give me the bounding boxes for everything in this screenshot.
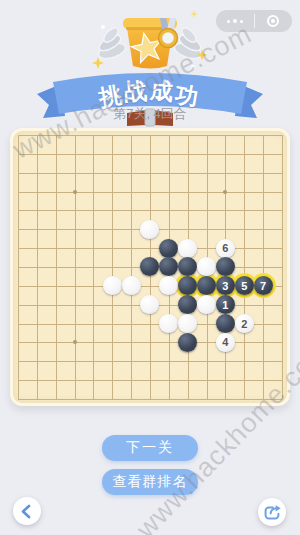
stone-black	[159, 257, 178, 276]
gomoku-board[interactable]: 6357124	[10, 128, 290, 406]
stone-white: 2	[235, 314, 254, 333]
grid-line	[244, 135, 245, 399]
view-group-ranking-button[interactable]: 查看群排名	[102, 469, 198, 495]
grid-line	[18, 361, 282, 362]
stone-black: 5	[235, 276, 254, 295]
sparkle-icon	[190, 10, 198, 18]
chevron-left-icon	[15, 499, 39, 523]
stone-black	[216, 314, 235, 333]
stone-black: 1	[216, 295, 235, 314]
stone-white	[159, 314, 178, 333]
grid-line	[18, 342, 282, 343]
stone-black	[178, 333, 197, 352]
stone-black	[178, 257, 197, 276]
stone-white	[178, 239, 197, 258]
minimize-icon[interactable]	[255, 15, 293, 27]
share-button[interactable]	[258, 498, 286, 526]
mini-program-screen: www.hackhome.com www.hackhome.com	[0, 0, 300, 535]
more-options-icon[interactable]	[216, 19, 254, 23]
stone-white	[197, 295, 216, 314]
left-wing-icon	[97, 25, 128, 61]
star-point	[73, 190, 77, 194]
stone-black	[140, 257, 159, 276]
stone-white	[140, 220, 159, 239]
stone-white: 4	[216, 333, 235, 352]
stone-black: 7	[254, 276, 273, 295]
stone-black	[216, 257, 235, 276]
stone-white	[122, 276, 141, 295]
stone-black	[178, 295, 197, 314]
grid-line	[18, 380, 282, 381]
stone-white	[103, 276, 122, 295]
stone-white	[159, 276, 178, 295]
grid-line	[263, 135, 264, 399]
banner-title: 挑战成功	[35, 76, 265, 107]
right-wing-icon	[173, 25, 204, 61]
stone-white	[197, 257, 216, 276]
grid-line	[18, 399, 282, 400]
stone-black	[159, 239, 178, 258]
share-forward-icon	[261, 501, 283, 523]
wechat-capsule	[216, 10, 292, 32]
stone-white	[140, 295, 159, 314]
next-level-button[interactable]: 下一关	[102, 435, 198, 461]
grid-line	[282, 135, 283, 399]
back-button[interactable]	[13, 497, 41, 525]
round-info: 第7关, 4回合	[0, 105, 300, 123]
star-point	[223, 190, 227, 194]
stone-white: 6	[216, 239, 235, 258]
trophy-graphic	[90, 5, 210, 73]
star-point	[73, 340, 77, 344]
stone-white	[178, 314, 197, 333]
